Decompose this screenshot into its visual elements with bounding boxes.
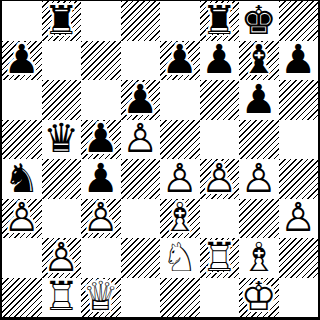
square-c5[interactable]: ♟ xyxy=(81,120,121,160)
square-d3[interactable] xyxy=(121,199,161,239)
piece-black-bishop[interactable]: ♝ xyxy=(239,41,279,81)
square-a5[interactable] xyxy=(2,120,42,160)
square-d4[interactable] xyxy=(121,159,161,199)
square-b4[interactable] xyxy=(42,159,82,199)
piece-black-rook[interactable]: ♜ xyxy=(200,1,240,41)
square-d5[interactable]: ♟♙ xyxy=(121,120,161,160)
square-c3[interactable]: ♟♙ xyxy=(81,199,121,239)
square-a8[interactable] xyxy=(2,1,42,41)
piece-white-pawn[interactable]: ♟♙ xyxy=(121,120,161,160)
chess-board: ♜♜♚♟♟♟♝♟♟♟♛♟♟♙♞♟♟♙♟♙♟♙♟♙♟♙♝♗♟♙♟♙♞♘♜♖♝♗♜♖… xyxy=(0,0,320,320)
square-e4[interactable]: ♟♙ xyxy=(160,159,200,199)
piece-outline: ♙ xyxy=(201,158,237,198)
piece-white-pawn[interactable]: ♟♙ xyxy=(279,199,319,239)
square-g8[interactable]: ♚ xyxy=(239,1,279,41)
piece-white-pawn[interactable]: ♟♙ xyxy=(81,199,121,239)
square-f3[interactable] xyxy=(200,199,240,239)
square-h4[interactable] xyxy=(279,159,319,199)
square-f8[interactable]: ♜ xyxy=(200,1,240,41)
square-g7[interactable]: ♝ xyxy=(239,41,279,81)
square-g2[interactable]: ♝♗ xyxy=(239,238,279,278)
piece-glyph: ♟ xyxy=(241,79,277,119)
square-h5[interactable] xyxy=(279,120,319,160)
piece-outline: ♘ xyxy=(162,237,198,277)
piece-outline: ♔ xyxy=(241,276,277,316)
square-f1[interactable] xyxy=(200,278,240,318)
piece-outline: ♖ xyxy=(43,276,79,316)
square-d7[interactable] xyxy=(121,41,161,81)
square-b7[interactable] xyxy=(42,41,82,81)
piece-glyph: ♝ xyxy=(241,39,277,79)
square-f4[interactable]: ♟♙ xyxy=(200,159,240,199)
square-h7[interactable]: ♟ xyxy=(279,41,319,81)
piece-outline: ♙ xyxy=(162,158,198,198)
square-b1[interactable]: ♜♖ xyxy=(42,278,82,318)
square-a3[interactable]: ♟♙ xyxy=(2,199,42,239)
piece-outline: ♙ xyxy=(241,158,277,198)
piece-white-pawn[interactable]: ♟♙ xyxy=(2,199,42,239)
piece-white-pawn[interactable]: ♟♙ xyxy=(239,159,279,199)
piece-outline: ♙ xyxy=(280,197,316,237)
piece-outline: ♕ xyxy=(83,276,119,316)
square-a1[interactable] xyxy=(2,278,42,318)
square-h8[interactable] xyxy=(279,1,319,41)
piece-outline: ♖ xyxy=(201,237,237,277)
square-e3[interactable]: ♝♗ xyxy=(160,199,200,239)
square-f6[interactable] xyxy=(200,80,240,120)
square-f7[interactable]: ♟ xyxy=(200,41,240,81)
piece-white-pawn[interactable]: ♟♙ xyxy=(200,159,240,199)
piece-black-king[interactable]: ♚ xyxy=(239,1,279,41)
piece-black-pawn[interactable]: ♟ xyxy=(81,120,121,160)
piece-white-queen[interactable]: ♛♕ xyxy=(81,278,121,318)
square-b5[interactable]: ♛ xyxy=(42,120,82,160)
piece-glyph: ♞ xyxy=(4,158,40,198)
piece-outline: ♙ xyxy=(83,197,119,237)
piece-glyph: ♜ xyxy=(43,0,79,40)
piece-glyph: ♛ xyxy=(43,118,79,158)
square-h1[interactable] xyxy=(279,278,319,318)
piece-black-knight[interactable]: ♞ xyxy=(2,159,42,199)
square-e8[interactable] xyxy=(160,1,200,41)
piece-glyph: ♟ xyxy=(280,39,316,79)
square-g3[interactable] xyxy=(239,199,279,239)
piece-glyph: ♟ xyxy=(201,39,237,79)
square-d8[interactable] xyxy=(121,1,161,41)
square-c6[interactable] xyxy=(81,80,121,120)
piece-outline: ♙ xyxy=(4,197,40,237)
piece-black-queen[interactable]: ♛ xyxy=(42,120,82,160)
square-b8[interactable]: ♜ xyxy=(42,1,82,41)
piece-black-pawn[interactable]: ♟ xyxy=(121,80,161,120)
square-e6[interactable] xyxy=(160,80,200,120)
square-d6[interactable]: ♟ xyxy=(121,80,161,120)
piece-glyph: ♚ xyxy=(241,0,277,40)
square-a4[interactable]: ♞ xyxy=(2,159,42,199)
square-d2[interactable] xyxy=(121,238,161,278)
square-h6[interactable] xyxy=(279,80,319,120)
piece-glyph: ♟ xyxy=(83,158,119,198)
piece-white-pawn[interactable]: ♟♙ xyxy=(160,159,200,199)
piece-black-pawn[interactable]: ♟ xyxy=(279,41,319,81)
piece-outline: ♗ xyxy=(162,197,198,237)
piece-outline: ♙ xyxy=(122,118,158,158)
piece-black-pawn[interactable]: ♟ xyxy=(160,41,200,81)
piece-black-pawn[interactable]: ♟ xyxy=(2,41,42,81)
square-e7[interactable]: ♟ xyxy=(160,41,200,81)
square-c2[interactable] xyxy=(81,238,121,278)
square-c1[interactable]: ♛♕ xyxy=(81,278,121,318)
piece-white-bishop[interactable]: ♝♗ xyxy=(239,238,279,278)
square-f5[interactable] xyxy=(200,120,240,160)
square-g5[interactable] xyxy=(239,120,279,160)
square-e5[interactable] xyxy=(160,120,200,160)
piece-white-rook[interactable]: ♜♖ xyxy=(200,238,240,278)
piece-outline: ♙ xyxy=(43,237,79,277)
piece-black-rook[interactable]: ♜ xyxy=(42,1,82,41)
piece-black-pawn[interactable]: ♟ xyxy=(81,159,121,199)
piece-glyph: ♟ xyxy=(122,79,158,119)
square-c7[interactable] xyxy=(81,41,121,81)
piece-white-pawn[interactable]: ♟♙ xyxy=(42,238,82,278)
square-a2[interactable] xyxy=(2,238,42,278)
square-h2[interactable] xyxy=(279,238,319,278)
square-c4[interactable]: ♟ xyxy=(81,159,121,199)
square-c8[interactable] xyxy=(81,1,121,41)
square-h3[interactable]: ♟♙ xyxy=(279,199,319,239)
piece-white-rook[interactable]: ♜♖ xyxy=(42,278,82,318)
piece-glyph: ♜ xyxy=(201,0,237,40)
piece-white-knight[interactable]: ♞♘ xyxy=(160,238,200,278)
square-b6[interactable] xyxy=(42,80,82,120)
square-g1[interactable]: ♚♔ xyxy=(239,278,279,318)
piece-white-king[interactable]: ♚♔ xyxy=(239,278,279,318)
square-d1[interactable] xyxy=(121,278,161,318)
square-e1[interactable] xyxy=(160,278,200,318)
piece-glyph: ♟ xyxy=(4,39,40,79)
square-g6[interactable]: ♟ xyxy=(239,80,279,120)
piece-outline: ♗ xyxy=(241,237,277,277)
square-b2[interactable]: ♟♙ xyxy=(42,238,82,278)
square-g4[interactable]: ♟♙ xyxy=(239,159,279,199)
piece-glyph: ♟ xyxy=(83,118,119,158)
piece-black-pawn[interactable]: ♟ xyxy=(200,41,240,81)
square-e2[interactable]: ♞♘ xyxy=(160,238,200,278)
piece-glyph: ♟ xyxy=(162,39,198,79)
piece-white-bishop[interactable]: ♝♗ xyxy=(160,199,200,239)
piece-black-pawn[interactable]: ♟ xyxy=(239,80,279,120)
square-f2[interactable]: ♜♖ xyxy=(200,238,240,278)
square-a6[interactable] xyxy=(2,80,42,120)
square-a7[interactable]: ♟ xyxy=(2,41,42,81)
square-b3[interactable] xyxy=(42,199,82,239)
